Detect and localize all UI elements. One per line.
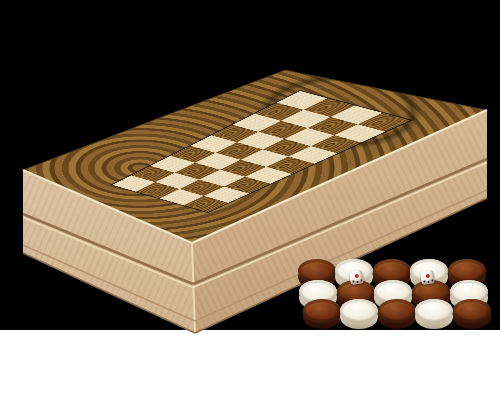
dark-checker-r3p1[interactable] bbox=[303, 299, 341, 329]
die-black-pip bbox=[427, 280, 429, 282]
die-black-pip bbox=[423, 280, 425, 282]
light-checker-r3p2[interactable] bbox=[340, 299, 378, 329]
checker-top bbox=[415, 299, 453, 323]
die-black-pip bbox=[431, 278, 433, 280]
die-black-pip bbox=[352, 280, 354, 282]
checkers-tray bbox=[0, 0, 500, 400]
dark-checker-r3p5[interactable] bbox=[453, 299, 491, 329]
checker-top bbox=[453, 299, 491, 323]
die-black-pip bbox=[356, 280, 358, 282]
checker-top bbox=[378, 299, 416, 323]
checker-top bbox=[303, 299, 341, 323]
die-black-pip bbox=[360, 278, 362, 280]
die-red-pip bbox=[425, 273, 429, 277]
die-red-pip bbox=[354, 273, 358, 277]
light-checker-r3p4[interactable] bbox=[415, 299, 453, 329]
die-2[interactable] bbox=[420, 270, 434, 284]
die-1[interactable] bbox=[349, 270, 363, 284]
dark-checker-r3p3[interactable] bbox=[378, 299, 416, 329]
checker-top bbox=[340, 299, 378, 323]
